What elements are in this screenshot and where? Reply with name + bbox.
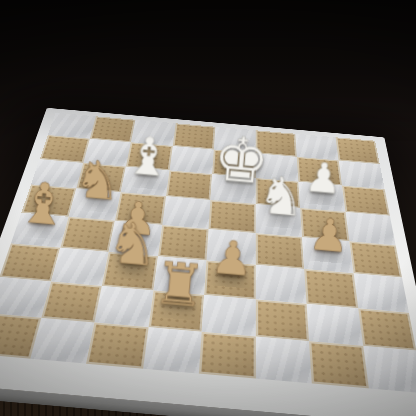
square-e5[interactable] [209, 200, 256, 233]
board-tilt: ♝♚♟♞♞♝♟♟♞♟♜ [0, 108, 416, 416]
white-knight-piece[interactable]: ♞ [255, 169, 306, 225]
square-e1[interactable] [199, 332, 255, 378]
square-f1[interactable] [255, 337, 311, 384]
square-b3[interactable] [51, 248, 109, 286]
tan-rook-piece[interactable]: ♜ [150, 254, 208, 316]
square-d1[interactable] [142, 328, 201, 374]
square-f3[interactable] [255, 265, 306, 304]
square-g1[interactable] [309, 342, 368, 389]
tan-pawn-piece[interactable]: ♟ [303, 211, 355, 260]
square-b2[interactable] [41, 281, 102, 323]
white-king-piece[interactable]: ♚ [211, 128, 260, 193]
square-c2[interactable] [94, 286, 153, 328]
square-c3[interactable]: ♞ [102, 252, 158, 290]
square-d5[interactable] [162, 196, 211, 229]
marble-board-frame: ♝♚♟♞♞♝♟♟♞♟♜ [0, 108, 416, 416]
board-front-edge [0, 384, 416, 416]
square-f4[interactable] [255, 233, 304, 269]
square-d6[interactable] [166, 170, 213, 200]
square-c1[interactable] [86, 323, 148, 369]
tan-knight-piece[interactable]: ♞ [105, 214, 160, 275]
tan-pawn-piece[interactable]: ♟ [205, 233, 259, 284]
square-e6[interactable]: ♚ [210, 174, 255, 204]
white-pawn-piece[interactable]: ♟ [299, 156, 347, 201]
square-a3[interactable] [0, 243, 60, 281]
square-e3[interactable]: ♟ [204, 260, 255, 299]
square-d7[interactable] [169, 146, 214, 174]
square-g3[interactable] [304, 269, 357, 308]
board: ♝♚♟♞♞♝♟♟♞♟♜ [0, 113, 416, 394]
square-h3[interactable] [353, 273, 409, 312]
square-e2[interactable] [202, 295, 256, 337]
scene: ♝♚♟♞♞♝♟♟♞♟♜ [0, 0, 416, 416]
square-g2[interactable] [307, 304, 363, 347]
square-g4[interactable]: ♟ [302, 237, 353, 273]
square-f5[interactable]: ♞ [255, 204, 302, 237]
square-b1[interactable] [30, 318, 95, 364]
square-a4[interactable]: ♝ [11, 213, 68, 248]
square-h4[interactable] [349, 241, 402, 277]
square-f2[interactable] [255, 299, 309, 341]
square-d2[interactable]: ♜ [148, 290, 204, 332]
square-h1[interactable] [363, 346, 416, 393]
tan-bishop-piece[interactable]: ♝ [15, 174, 68, 235]
white-bishop-piece[interactable]: ♝ [123, 129, 172, 185]
square-h2[interactable] [358, 308, 416, 351]
